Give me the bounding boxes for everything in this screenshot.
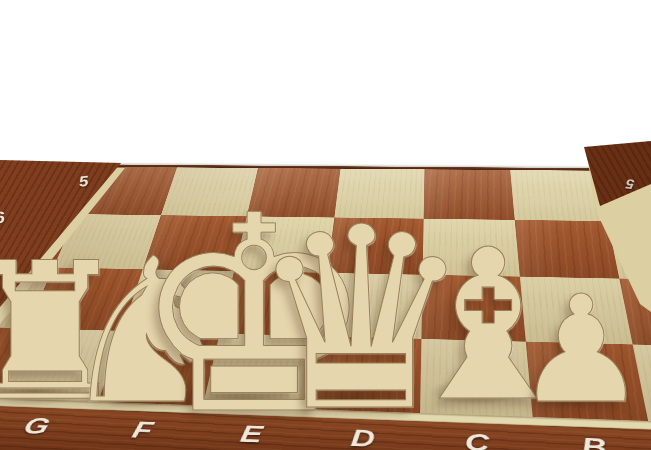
piece-white-pawn-b8[interactable]: ♟ — [515, 276, 648, 424]
chessboard-photo: HGFEDCBA 5 6 5 ♜♞♚♛♝♟ — [0, 0, 651, 450]
pieces-layer: ♜♞♚♛♝♟ — [0, 0, 651, 450]
